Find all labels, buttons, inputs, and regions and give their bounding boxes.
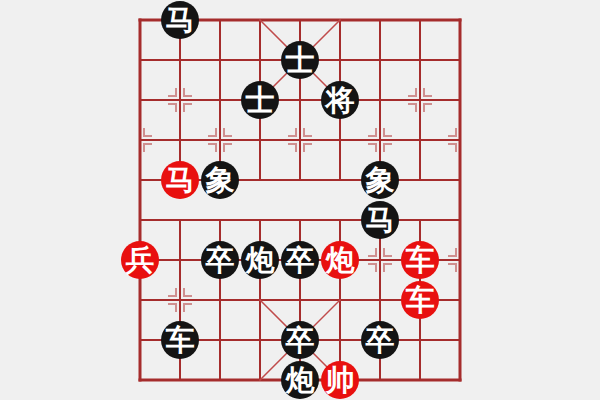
- red-chariot[interactable]: 车: [401, 241, 439, 279]
- black-cannon[interactable]: 炮: [281, 361, 319, 399]
- black-chariot[interactable]: 车: [161, 321, 199, 359]
- pieces-layer: 马士士将马象象马兵卒炮卒炮车车车卒卒炮帅: [120, 0, 480, 400]
- red-chariot[interactable]: 车: [401, 281, 439, 319]
- black-horse[interactable]: 马: [361, 201, 399, 239]
- red-general[interactable]: 帅: [321, 361, 359, 399]
- black-soldier[interactable]: 卒: [361, 321, 399, 359]
- black-elephant[interactable]: 象: [201, 161, 239, 199]
- black-horse[interactable]: 马: [161, 1, 199, 39]
- black-cannon[interactable]: 炮: [241, 241, 279, 279]
- black-general[interactable]: 将: [321, 81, 359, 119]
- black-soldier[interactable]: 卒: [281, 241, 319, 279]
- black-soldier[interactable]: 卒: [281, 321, 319, 359]
- xiangqi-board: 马士士将马象象马兵卒炮卒炮车车车卒卒炮帅: [0, 0, 600, 400]
- black-advisor[interactable]: 士: [281, 41, 319, 79]
- black-soldier[interactable]: 卒: [201, 241, 239, 279]
- red-cannon[interactable]: 炮: [321, 241, 359, 279]
- black-advisor[interactable]: 士: [241, 81, 279, 119]
- red-horse[interactable]: 马: [161, 161, 199, 199]
- red-soldier[interactable]: 兵: [121, 241, 159, 279]
- black-elephant[interactable]: 象: [361, 161, 399, 199]
